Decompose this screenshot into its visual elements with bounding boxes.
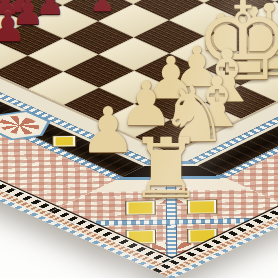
pieces-layer: ♟♟♟♟♟♟♟♚♛♟♟♝♝♞♟♟♜ <box>0 0 278 278</box>
rook-glyph: ♜ <box>129 127 203 210</box>
white-rook[interactable]: ♜ <box>129 127 203 210</box>
pawn-glyph: ♟ <box>0 7 26 48</box>
chessboard-photo: ♟♟♟♟♟♟♟♚♛♟♟♝♝♞♟♟♜ <box>0 0 278 278</box>
red-pawn[interactable]: ♟ <box>0 7 26 48</box>
red-pawn[interactable]: ♟ <box>89 0 114 16</box>
pawn-glyph: ♟ <box>89 0 114 16</box>
white-pawn[interactable]: ♟ <box>80 99 136 162</box>
pawn-glyph: ♟ <box>80 99 136 162</box>
